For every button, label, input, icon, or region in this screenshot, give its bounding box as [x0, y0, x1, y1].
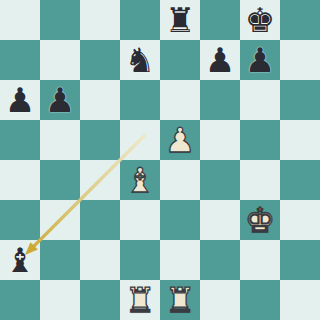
square-f8[interactable]: [200, 0, 240, 40]
square-b2[interactable]: [40, 240, 80, 280]
white-king-g3[interactable]: ♚: [240, 200, 280, 240]
square-c4[interactable]: [80, 160, 120, 200]
black-rook-e8[interactable]: ♜: [160, 0, 200, 40]
square-d3[interactable]: [120, 200, 160, 240]
square-b8[interactable]: [40, 0, 80, 40]
square-a8[interactable]: [0, 0, 40, 40]
square-e4[interactable]: [160, 160, 200, 200]
square-h2[interactable]: [280, 240, 320, 280]
square-b3[interactable]: [40, 200, 80, 240]
square-d2[interactable]: [120, 240, 160, 280]
square-f2[interactable]: [200, 240, 240, 280]
white-pawn-e5[interactable]: ♟: [160, 120, 200, 160]
square-b5[interactable]: [40, 120, 80, 160]
black-pawn-f7[interactable]: ♟: [200, 40, 240, 80]
black-knight-d7[interactable]: ♞: [120, 40, 160, 80]
square-c2[interactable]: [80, 240, 120, 280]
square-g1[interactable]: [240, 280, 280, 320]
square-a4[interactable]: [0, 160, 40, 200]
square-f6[interactable]: [200, 80, 240, 120]
black-pawn-g7[interactable]: ♟: [240, 40, 280, 80]
chess-board: ♜♚♞♟♟♟♟♟♝♚♝♜♜: [0, 0, 320, 320]
square-c8[interactable]: [80, 0, 120, 40]
square-h3[interactable]: [280, 200, 320, 240]
white-bishop-d4[interactable]: ♝: [120, 160, 160, 200]
square-c7[interactable]: [80, 40, 120, 80]
square-c1[interactable]: [80, 280, 120, 320]
square-g2[interactable]: [240, 240, 280, 280]
square-h7[interactable]: [280, 40, 320, 80]
square-a7[interactable]: [0, 40, 40, 80]
square-h5[interactable]: [280, 120, 320, 160]
square-f5[interactable]: [200, 120, 240, 160]
square-e6[interactable]: [160, 80, 200, 120]
square-b1[interactable]: [40, 280, 80, 320]
white-rook-d1[interactable]: ♜: [120, 280, 160, 320]
black-king-g8[interactable]: ♚: [240, 0, 280, 40]
square-e2[interactable]: [160, 240, 200, 280]
black-pawn-b6[interactable]: ♟: [40, 80, 80, 120]
square-a5[interactable]: [0, 120, 40, 160]
square-h6[interactable]: [280, 80, 320, 120]
square-g6[interactable]: [240, 80, 280, 120]
white-rook-e1[interactable]: ♜: [160, 280, 200, 320]
square-f4[interactable]: [200, 160, 240, 200]
square-c5[interactable]: [80, 120, 120, 160]
square-e7[interactable]: [160, 40, 200, 80]
square-d5[interactable]: [120, 120, 160, 160]
square-b4[interactable]: [40, 160, 80, 200]
square-g4[interactable]: [240, 160, 280, 200]
square-f3[interactable]: [200, 200, 240, 240]
square-h1[interactable]: [280, 280, 320, 320]
black-bishop-a2[interactable]: ♝: [0, 240, 40, 280]
square-f1[interactable]: [200, 280, 240, 320]
square-a3[interactable]: [0, 200, 40, 240]
square-e3[interactable]: [160, 200, 200, 240]
square-d8[interactable]: [120, 0, 160, 40]
square-c3[interactable]: [80, 200, 120, 240]
square-d6[interactable]: [120, 80, 160, 120]
square-g5[interactable]: [240, 120, 280, 160]
square-b7[interactable]: [40, 40, 80, 80]
square-h8[interactable]: [280, 0, 320, 40]
square-h4[interactable]: [280, 160, 320, 200]
square-c6[interactable]: [80, 80, 120, 120]
black-pawn-a6[interactable]: ♟: [0, 80, 40, 120]
square-a1[interactable]: [0, 280, 40, 320]
